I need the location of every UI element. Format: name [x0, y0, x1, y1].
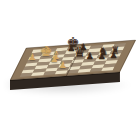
piece-black-pawn-f4[interactable]: ♟: [86, 52, 94, 61]
pieces-layer: ♚♝♟♟♟♟♚♛♞♜♟♟♟♟♟: [0, 0, 140, 140]
piece-white-pawn-a5[interactable]: ♟: [28, 53, 36, 62]
piece-white-pawn-d2[interactable]: ♟: [59, 61, 67, 70]
piece-black-queen-e5[interactable]: ♛: [73, 45, 86, 59]
chess-set-photo: ♚♝♟♟♟♟♚♛♞♜♟♟♟♟♟: [0, 0, 140, 140]
piece-black-pawn-g4[interactable]: ♟: [98, 51, 106, 60]
piece-white-pawn-c4[interactable]: ♟: [50, 55, 58, 64]
piece-black-pawn-h4[interactable]: ♟: [110, 50, 118, 59]
